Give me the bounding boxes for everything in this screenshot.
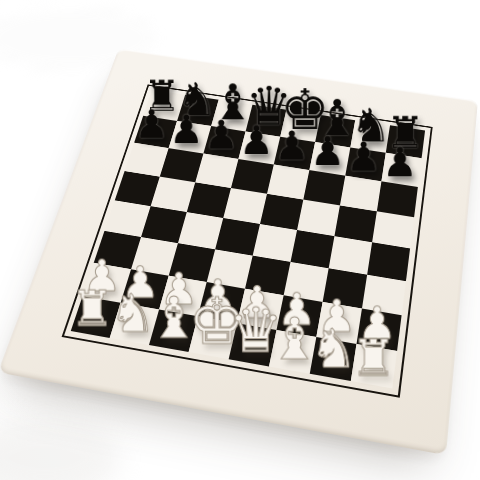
piece-white-knight[interactable]: ♞ bbox=[309, 321, 351, 375]
piece-white-king[interactable]: ♚ bbox=[188, 289, 229, 354]
square-f1[interactable]: ♝ bbox=[269, 330, 316, 374]
piece-white-bishop[interactable]: ♝ bbox=[269, 310, 310, 368]
piece-black-pawn[interactable]: ♟ bbox=[238, 120, 274, 160]
square-a5[interactable] bbox=[114, 171, 159, 206]
square-d4[interactable] bbox=[215, 218, 260, 256]
square-h5[interactable] bbox=[372, 211, 414, 248]
square-d5[interactable] bbox=[223, 188, 267, 224]
piece-black-pawn[interactable]: ♟ bbox=[134, 105, 170, 144]
piece-black-pawn[interactable]: ♟ bbox=[309, 131, 345, 171]
square-g7[interactable]: ♟ bbox=[345, 147, 386, 181]
piece-white-bishop[interactable]: ♝ bbox=[148, 289, 189, 346]
chess-board-tile: ♜♞♝♛♚♝♞♜♟♟♟♟♟♟♟♟♟♟♟♟♟♟♟♟♜♞♝♚♛♝♞♜ bbox=[0, 48, 478, 455]
piece-black-pawn[interactable]: ♟ bbox=[203, 115, 239, 154]
square-f5[interactable] bbox=[297, 199, 340, 236]
square-h7[interactable]: ♟ bbox=[381, 152, 421, 186]
piece-black-pawn[interactable]: ♟ bbox=[273, 126, 309, 166]
board-frame-line: ♜♞♝♛♚♝♞♜♟♟♟♟♟♟♟♟♟♟♟♟♟♟♟♟♜♞♝♚♛♝♞♜ bbox=[61, 84, 432, 397]
square-f4[interactable] bbox=[290, 230, 334, 268]
piece-black-pawn[interactable]: ♟ bbox=[381, 142, 418, 182]
chess-board-grid[interactable]: ♜♞♝♛♚♝♞♜♟♟♟♟♟♟♟♟♟♟♟♟♟♟♟♟♜♞♝♚♛♝♞♜ bbox=[70, 89, 424, 388]
square-d6[interactable] bbox=[231, 159, 274, 194]
piece-white-rook[interactable]: ♜ bbox=[351, 332, 393, 383]
background-shadow-bottom-left bbox=[0, 418, 120, 480]
piece-black-pawn[interactable]: ♟ bbox=[168, 110, 204, 149]
piece-white-queen[interactable]: ♛ bbox=[228, 299, 269, 361]
square-h1[interactable]: ♜ bbox=[350, 343, 396, 387]
square-g1[interactable]: ♞ bbox=[309, 336, 356, 380]
square-g5[interactable] bbox=[334, 205, 376, 242]
photo-scene: ♜♞♝♛♚♝♞♜♟♟♟♟♟♟♟♟♟♟♟♟♟♟♟♟♜♞♝♚♛♝♞♜ bbox=[0, 0, 480, 480]
piece-black-pawn[interactable]: ♟ bbox=[345, 137, 382, 177]
square-g6[interactable] bbox=[340, 175, 381, 210]
square-e5[interactable] bbox=[260, 193, 303, 229]
square-f6[interactable] bbox=[303, 170, 345, 205]
square-f7[interactable]: ♟ bbox=[309, 142, 350, 176]
piece-white-rook[interactable]: ♜ bbox=[70, 283, 111, 332]
piece-white-knight[interactable]: ♞ bbox=[109, 287, 150, 340]
